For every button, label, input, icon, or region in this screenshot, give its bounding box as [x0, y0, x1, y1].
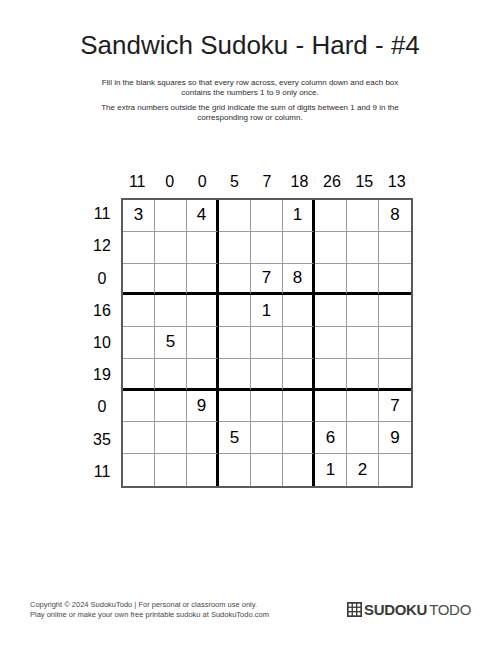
col-clue-2: 0 [153, 168, 185, 196]
sudoku-cell-r3c9[interactable] [379, 264, 411, 296]
sudoku-cell-r4c8[interactable] [347, 295, 379, 327]
sudoku-cell-r1c4[interactable] [219, 200, 251, 232]
sudoku-cell-r5c2[interactable]: 5 [155, 327, 187, 359]
sudoku-cell-r7c5[interactable] [251, 391, 283, 423]
sudoku-cell-r1c8[interactable] [347, 200, 379, 232]
sudoku-cell-r4c9[interactable] [379, 295, 411, 327]
logo-text-sudoku: SUDOKU [364, 601, 427, 618]
sudoku-cell-r2c3[interactable] [187, 232, 219, 264]
sudoku-cell-r5c5[interactable] [251, 327, 283, 359]
sudoku-cell-r5c9[interactable] [379, 327, 411, 359]
sudoku-cell-r7c6[interactable] [283, 391, 315, 423]
instructions-basic-rule: Fill in the blank squares so that every … [90, 78, 410, 98]
sudoku-cell-r9c2[interactable] [155, 454, 187, 486]
page-title: Sandwich Sudoku - Hard - #4 [0, 30, 500, 61]
sudoku-cell-r7c1[interactable] [123, 391, 155, 423]
sudoku-cell-r1c7[interactable] [315, 200, 347, 232]
sudoku-cell-r3c6[interactable]: 8 [283, 264, 315, 296]
col-clue-8: 15 [348, 168, 380, 196]
row-clue-3: 0 [85, 262, 119, 294]
sudoku-cell-r6c2[interactable] [155, 359, 187, 391]
sudoku-cell-r5c1[interactable] [123, 327, 155, 359]
row-clue-8: 35 [85, 424, 119, 456]
sudoku-cell-r9c5[interactable] [251, 454, 283, 486]
sudoku-cell-r3c7[interactable] [315, 264, 347, 296]
sudoku-cell-r1c9[interactable]: 8 [379, 200, 411, 232]
sudokutodo-logo: SUDOKU TODO [347, 599, 471, 619]
row-clue-1: 11 [85, 198, 119, 230]
sudoku-cell-r7c9[interactable]: 7 [379, 391, 411, 423]
sudoku-cell-r9c7[interactable]: 1 [315, 454, 347, 486]
row-clue-2: 12 [85, 230, 119, 262]
sudoku-cell-r4c5[interactable]: 1 [251, 295, 283, 327]
sudoku-cell-r1c2[interactable] [155, 200, 187, 232]
copyright-line-2: Play online or make your own free printa… [30, 610, 269, 620]
sudoku-cell-r6c4[interactable] [219, 359, 251, 391]
sudoku-cell-r2c7[interactable] [315, 232, 347, 264]
sudoku-cell-r4c1[interactable] [123, 295, 155, 327]
sudoku-cell-r3c4[interactable] [219, 264, 251, 296]
sudoku-cell-r8c5[interactable] [251, 422, 283, 454]
col-clue-4: 5 [218, 168, 250, 196]
sudoku-cell-r2c2[interactable] [155, 232, 187, 264]
sudoku-grid-icon [347, 602, 362, 617]
sudoku-cell-r9c6[interactable] [283, 454, 315, 486]
sudoku-cell-r1c1[interactable]: 3 [123, 200, 155, 232]
sudoku-cell-r4c7[interactable] [315, 295, 347, 327]
logo-text-todo: TODO [429, 601, 471, 618]
sudoku-cell-r7c3[interactable]: 9 [187, 391, 219, 423]
col-clue-5: 7 [251, 168, 283, 196]
sudoku-cell-r9c3[interactable] [187, 454, 219, 486]
sudoku-cell-r8c3[interactable] [187, 422, 219, 454]
row-clue-5: 10 [85, 327, 119, 359]
sudoku-cell-r8c7[interactable]: 6 [315, 422, 347, 454]
sudoku-cell-r5c4[interactable] [219, 327, 251, 359]
col-clue-9: 13 [381, 168, 413, 196]
sudoku-cell-r8c4[interactable]: 5 [219, 422, 251, 454]
sudoku-cell-r8c1[interactable] [123, 422, 155, 454]
instructions-sandwich-rule: The extra numbers outside the grid indic… [90, 103, 410, 123]
sudoku-cell-r1c5[interactable] [251, 200, 283, 232]
sudoku-cell-r5c7[interactable] [315, 327, 347, 359]
sudoku-cell-r4c6[interactable] [283, 295, 315, 327]
sudoku-cell-r3c2[interactable] [155, 264, 187, 296]
col-clue-6: 18 [283, 168, 315, 196]
sudoku-cell-r7c8[interactable] [347, 391, 379, 423]
sudoku-cell-r6c7[interactable] [315, 359, 347, 391]
sudoku-cell-r7c2[interactable] [155, 391, 187, 423]
sudoku-cell-r8c9[interactable]: 9 [379, 422, 411, 454]
sudoku-cell-r9c8[interactable]: 2 [347, 454, 379, 486]
copyright-line-1: Copyright © 2024 SudokuTodo | For person… [30, 600, 269, 610]
sudoku-cell-r6c9[interactable] [379, 359, 411, 391]
sudoku-cell-r7c4[interactable] [219, 391, 251, 423]
sudoku-cell-r2c1[interactable] [123, 232, 155, 264]
sudoku-cell-r2c9[interactable] [379, 232, 411, 264]
sudoku-cell-r5c6[interactable] [283, 327, 315, 359]
row-sum-clues: 1112016101903511 [85, 198, 119, 488]
sudoku-cell-r6c6[interactable] [283, 359, 315, 391]
sudoku-cell-r3c3[interactable] [187, 264, 219, 296]
sudoku-cell-r2c4[interactable] [219, 232, 251, 264]
sudoku-cell-r9c4[interactable] [219, 454, 251, 486]
sudoku-cell-r4c4[interactable] [219, 295, 251, 327]
sudoku-cell-r3c1[interactable] [123, 264, 155, 296]
sudoku-cell-r6c8[interactable] [347, 359, 379, 391]
sudoku-cell-r1c3[interactable]: 4 [187, 200, 219, 232]
row-clue-7: 0 [85, 391, 119, 423]
sudoku-cell-r6c1[interactable] [123, 359, 155, 391]
sudoku-cell-r5c3[interactable] [187, 327, 219, 359]
sudoku-cell-r8c6[interactable] [283, 422, 315, 454]
sudoku-cell-r9c1[interactable] [123, 454, 155, 486]
sudoku-cell-r3c8[interactable] [347, 264, 379, 296]
sudoku-cell-r4c3[interactable] [187, 295, 219, 327]
sudoku-cell-r7c7[interactable] [315, 391, 347, 423]
sudoku-board: 341878159756912 [121, 198, 413, 488]
sudoku-cell-r2c5[interactable] [251, 232, 283, 264]
col-clue-1: 11 [121, 168, 153, 196]
col-clue-7: 26 [316, 168, 348, 196]
sudoku-cell-r6c5[interactable] [251, 359, 283, 391]
col-clue-3: 0 [186, 168, 218, 196]
sudoku-cell-r3c5[interactable]: 7 [251, 264, 283, 296]
sudoku-cell-r1c6[interactable]: 1 [283, 200, 315, 232]
sudoku-cell-r6c3[interactable] [187, 359, 219, 391]
sudoku-cell-r9c9[interactable] [379, 454, 411, 486]
column-sum-clues: 11005718261513 [121, 168, 413, 196]
row-clue-6: 19 [85, 359, 119, 391]
sudoku-cell-r8c2[interactable] [155, 422, 187, 454]
sudoku-cell-r2c6[interactable] [283, 232, 315, 264]
sudoku-cell-r4c2[interactable] [155, 295, 187, 327]
row-clue-9: 11 [85, 456, 119, 488]
puzzle-page: Sandwich Sudoku - Hard - #4 Fill in the … [0, 0, 500, 647]
sudoku-cell-r5c8[interactable] [347, 327, 379, 359]
row-clue-4: 16 [85, 295, 119, 327]
sudoku-cell-r2c8[interactable] [347, 232, 379, 264]
footer-copyright: Copyright © 2024 SudokuTodo | For person… [30, 600, 269, 620]
sudoku-cell-r8c8[interactable] [347, 422, 379, 454]
